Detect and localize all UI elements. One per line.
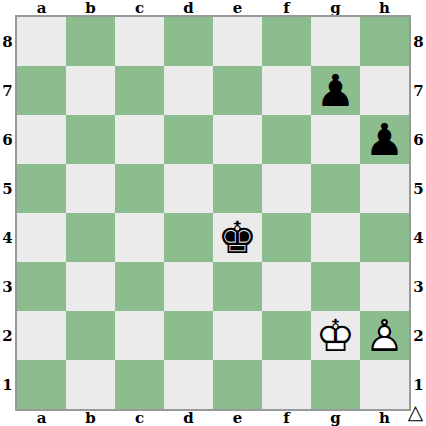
square-a2[interactable] <box>17 311 66 360</box>
square-b4[interactable] <box>66 213 115 262</box>
rank-label-1: 1 <box>0 360 15 409</box>
rank-label-2: 2 <box>0 311 15 360</box>
square-d8[interactable] <box>164 17 213 66</box>
square-g4[interactable] <box>311 213 360 262</box>
square-b3[interactable] <box>66 262 115 311</box>
square-a8[interactable] <box>17 17 66 66</box>
square-b5[interactable] <box>66 164 115 213</box>
square-h1[interactable] <box>360 360 409 409</box>
square-d2[interactable] <box>164 311 213 360</box>
square-g3[interactable] <box>311 262 360 311</box>
square-f7[interactable] <box>262 66 311 115</box>
file-label-c: c <box>115 410 164 425</box>
square-f8[interactable] <box>262 17 311 66</box>
square-c7[interactable] <box>115 66 164 115</box>
square-b2[interactable] <box>66 311 115 360</box>
rank-label-7: 7 <box>411 66 426 115</box>
square-h6[interactable]: ♟ <box>360 115 409 164</box>
file-label-f: f <box>262 410 311 425</box>
rank-label-3: 3 <box>0 262 15 311</box>
file-label-a: a <box>17 410 66 425</box>
square-h5[interactable] <box>360 164 409 213</box>
piece-white-king: ♚♔ <box>311 311 360 360</box>
square-g1[interactable] <box>311 360 360 409</box>
square-f4[interactable] <box>262 213 311 262</box>
square-f6[interactable] <box>262 115 311 164</box>
file-label-c: c <box>115 0 164 15</box>
square-h4[interactable] <box>360 213 409 262</box>
piece-black-king: ♚ <box>213 213 262 262</box>
rank-label-2: 2 <box>411 311 426 360</box>
square-e6[interactable] <box>213 115 262 164</box>
rank-label-8: 8 <box>0 17 15 66</box>
square-c8[interactable] <box>115 17 164 66</box>
square-a7[interactable] <box>17 66 66 115</box>
square-a6[interactable] <box>17 115 66 164</box>
square-d3[interactable] <box>164 262 213 311</box>
square-e5[interactable] <box>213 164 262 213</box>
file-label-h: h <box>360 0 409 15</box>
square-e8[interactable] <box>213 17 262 66</box>
square-b1[interactable] <box>66 360 115 409</box>
file-label-d: d <box>164 410 213 425</box>
piece-glyph: ♚ <box>213 213 262 262</box>
square-e1[interactable] <box>213 360 262 409</box>
square-h8[interactable] <box>360 17 409 66</box>
rank-labels-right: 87654321 <box>411 17 426 409</box>
file-label-h: h <box>360 410 409 425</box>
square-f2[interactable] <box>262 311 311 360</box>
square-f5[interactable] <box>262 164 311 213</box>
square-d6[interactable] <box>164 115 213 164</box>
square-h2[interactable]: ♟♙ <box>360 311 409 360</box>
chess-board: ♟♟♚♚♔♟♙ <box>15 15 411 411</box>
chess-diagram: abcdefgh 87654321 ♟♟♚♚♔♟♙ 87654321 abcde… <box>0 0 426 426</box>
rank-label-4: 4 <box>411 213 426 262</box>
white-to-move-icon: △ <box>405 400 426 424</box>
square-c5[interactable] <box>115 164 164 213</box>
square-c2[interactable] <box>115 311 164 360</box>
square-d7[interactable] <box>164 66 213 115</box>
file-label-d: d <box>164 0 213 15</box>
square-h3[interactable] <box>360 262 409 311</box>
rank-label-3: 3 <box>411 262 426 311</box>
rank-label-5: 5 <box>411 164 426 213</box>
square-d4[interactable] <box>164 213 213 262</box>
square-a1[interactable] <box>17 360 66 409</box>
rank-label-6: 6 <box>411 115 426 164</box>
square-f3[interactable] <box>262 262 311 311</box>
square-a4[interactable] <box>17 213 66 262</box>
rank-label-4: 4 <box>0 213 15 262</box>
file-label-g: g <box>311 410 360 425</box>
square-g8[interactable] <box>311 17 360 66</box>
square-f1[interactable] <box>262 360 311 409</box>
file-label-b: b <box>66 410 115 425</box>
square-e2[interactable] <box>213 311 262 360</box>
square-b8[interactable] <box>66 17 115 66</box>
rank-labels-left: 87654321 <box>0 17 15 409</box>
square-a3[interactable] <box>17 262 66 311</box>
square-d1[interactable] <box>164 360 213 409</box>
square-c4[interactable] <box>115 213 164 262</box>
square-g6[interactable] <box>311 115 360 164</box>
rank-label-5: 5 <box>0 164 15 213</box>
file-labels-bottom: abcdefgh <box>17 410 409 425</box>
square-b7[interactable] <box>66 66 115 115</box>
square-b6[interactable] <box>66 115 115 164</box>
square-c3[interactable] <box>115 262 164 311</box>
file-label-e: e <box>213 410 262 425</box>
piece-glyph: ♔ <box>311 311 360 360</box>
rank-label-8: 8 <box>411 17 426 66</box>
file-label-b: b <box>66 0 115 15</box>
piece-white-pawn: ♟♙ <box>360 311 409 360</box>
square-c6[interactable] <box>115 115 164 164</box>
file-label-e: e <box>213 0 262 15</box>
rank-label-6: 6 <box>0 115 15 164</box>
rank-label-7: 7 <box>0 66 15 115</box>
square-e3[interactable] <box>213 262 262 311</box>
piece-glyph: ♟ <box>311 66 360 115</box>
square-g7[interactable]: ♟ <box>311 66 360 115</box>
square-c1[interactable] <box>115 360 164 409</box>
square-d5[interactable] <box>164 164 213 213</box>
file-labels-top: abcdefgh <box>17 0 409 15</box>
square-e4[interactable]: ♚ <box>213 213 262 262</box>
piece-glyph: ♟ <box>360 115 409 164</box>
piece-glyph: ♙ <box>360 311 409 360</box>
square-g5[interactable] <box>311 164 360 213</box>
file-label-g: g <box>311 0 360 15</box>
piece-black-pawn: ♟ <box>360 115 409 164</box>
file-label-f: f <box>262 0 311 15</box>
square-h7[interactable] <box>360 66 409 115</box>
square-a5[interactable] <box>17 164 66 213</box>
square-e7[interactable] <box>213 66 262 115</box>
piece-black-pawn: ♟ <box>311 66 360 115</box>
file-label-a: a <box>17 0 66 15</box>
square-g2[interactable]: ♚♔ <box>311 311 360 360</box>
